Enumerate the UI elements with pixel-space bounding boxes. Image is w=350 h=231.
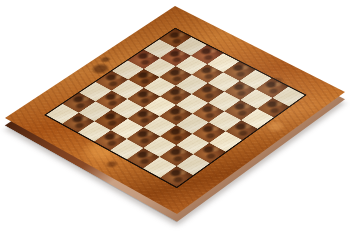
product-photo-scene <box>0 0 350 231</box>
chess-board <box>5 6 345 214</box>
